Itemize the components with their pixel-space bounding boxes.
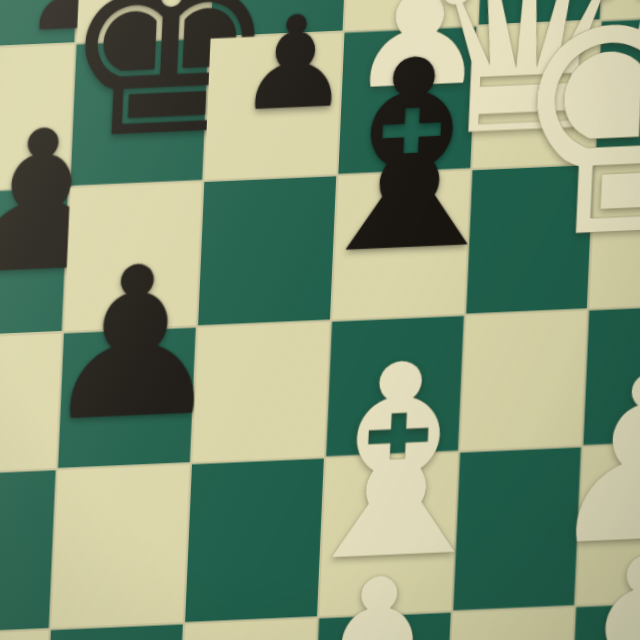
board-square[interactable]: ♟ bbox=[316, 613, 451, 640]
piece-white-king[interactable]: ♚ bbox=[494, 0, 640, 292]
board-square[interactable]: ♟ bbox=[573, 603, 640, 640]
board-square[interactable]: ♝ bbox=[332, 170, 470, 319]
board-square[interactable]: ♟ bbox=[58, 328, 196, 468]
board-photo: ♟♜♚♟♟♛♟♝♚♟♝♟♟♟ bbox=[0, 0, 640, 640]
board-square[interactable]: ♚ bbox=[589, 161, 640, 308]
board-square[interactable] bbox=[0, 630, 49, 640]
board-square[interactable] bbox=[51, 464, 190, 628]
piece-white-pawn[interactable]: ♟ bbox=[527, 520, 640, 640]
chessboard: ♟♜♚♟♟♛♟♝♚♟♝♟♟♟ bbox=[0, 0, 640, 640]
board-square[interactable] bbox=[0, 470, 56, 632]
